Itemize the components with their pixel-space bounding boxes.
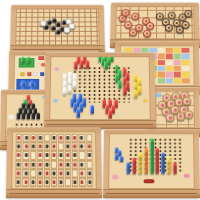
character-tile [44,134,50,142]
peg-r [108,110,112,119]
peg-y [133,90,137,99]
board-square [182,78,189,83]
character-tile [30,169,36,177]
character-tile [79,169,85,177]
character-tile [44,152,50,160]
white-stone [40,20,47,27]
peg-b [30,80,34,87]
peg-r [123,87,127,96]
character-tile [51,134,57,142]
xiangqi-piece [185,10,193,18]
xiangqi-piece [143,30,151,38]
character-tile [86,169,92,177]
character-tile [58,169,64,177]
color-square [27,72,31,76]
xiangqi-piece [129,29,137,37]
board-square [174,66,181,71]
character-tile [16,178,22,186]
character-tile [86,178,92,186]
peg-g [21,57,25,64]
character-tile [16,160,22,168]
character-tile [65,178,71,186]
board-square [166,48,173,53]
peg-g [118,80,122,89]
brand-emblem [143,180,154,184]
character-tile [51,178,57,186]
board-square [157,48,164,53]
character-tile [72,152,78,160]
character-tile [37,143,43,151]
character-tile [51,169,57,177]
character-tile [86,134,92,142]
board-square [166,60,173,65]
box-front-edge [103,189,200,198]
xiangqi-piece [125,21,133,29]
peg-y [137,86,141,95]
peg-b [21,80,25,87]
board-square [166,66,173,71]
peg-k [21,113,25,120]
peg-r [74,61,78,69]
character-tile [30,134,36,142]
peg-r [85,60,89,68]
cartoon-decal [155,92,162,97]
black-stone [55,29,60,34]
board-square [157,54,164,59]
character-tile [37,134,43,142]
peg-r [79,60,83,68]
character-tile [58,178,64,186]
board-square [157,78,164,83]
character-tile [65,169,71,177]
peg-w [72,80,76,89]
character-tile [30,160,36,168]
peg-r [155,148,159,155]
character-tile [30,152,36,160]
color-square [40,72,44,76]
board-square [174,60,181,65]
peg-k [16,113,20,120]
character-tile-board [6,127,102,198]
peg-g [150,138,154,145]
character-tile [44,160,50,168]
character-tile [51,152,57,160]
board-square [166,54,173,59]
character-tile [51,160,57,168]
white-stone [64,27,71,34]
wooden-disc [184,111,193,120]
character-tile [65,134,71,142]
character-tile [23,160,29,168]
board-surface [15,8,100,45]
character-tile [72,169,78,177]
board-square [157,72,164,77]
character-tile [72,143,78,151]
peg-g [26,57,30,64]
xiangqi-piece [146,22,154,30]
character-tile [16,152,22,160]
character-tile [23,169,29,177]
character-tile [86,160,92,168]
character-tile [44,178,50,186]
character-tile [23,152,29,160]
board-square [157,66,164,71]
character-tile [65,143,71,151]
board-square [157,60,164,65]
cartoon-decal [53,98,58,102]
board-square [166,78,173,83]
character-tile [30,143,36,151]
xiangqi-piece [165,24,173,32]
character-tile [58,134,64,142]
peg-k [36,113,40,120]
chinese-checkers-board-front [103,129,200,198]
character-tile [79,152,85,160]
character-tile [58,160,64,168]
character-tile [86,152,92,160]
character-tile [44,143,50,151]
board-surface [152,91,195,129]
character-tile [23,178,29,186]
character-tile [16,169,22,177]
character-tile [23,143,29,151]
character-tile [37,178,43,186]
color-square [21,72,25,76]
character-tile [16,134,22,142]
character-tile [30,178,36,186]
peg-o [144,148,148,155]
cell-grid [16,134,93,186]
board-surface [108,133,195,189]
character-tile [72,134,78,142]
cartoon-decal [184,174,190,179]
xiangqi-piece [131,13,139,21]
xiangqi-piece [182,21,190,29]
peg-y [167,157,171,164]
character-tile [65,152,71,160]
chinese-checkers-board-large [44,52,156,129]
character-tile [65,160,71,168]
character-tile [58,152,64,160]
character-tile [37,152,43,160]
xiangqi-piece [168,12,176,20]
peg-k [26,113,30,120]
character-tile [79,160,85,168]
product-photo-wooden-game-set [0,0,200,200]
xiangqi-piece [122,9,130,16]
peg-y [138,153,142,160]
peg-b [76,108,80,117]
character-tile [16,143,22,151]
character-tile [86,143,92,151]
gomoku-go-board [10,5,105,54]
peg-k [31,113,35,120]
character-tile [79,178,85,186]
color-square [33,72,37,76]
box-front-edge [6,189,102,198]
board-square [174,72,181,77]
peg-b [126,162,130,169]
board-surface [49,56,151,120]
cartoon-decal [8,115,14,120]
character-tile [44,169,50,177]
character-tile [37,169,43,177]
cartoon-decal [55,67,60,71]
character-tile [51,143,57,151]
peg-w [62,87,66,96]
board-square [182,66,189,71]
peg-w [67,85,71,94]
peg-b [90,105,94,114]
board-surface [11,131,97,189]
character-tile [23,134,29,142]
cartoon-decal [143,98,148,102]
peg-r [173,162,177,169]
board-square [174,78,181,83]
character-tile [72,160,78,168]
peg-b [161,153,165,160]
board-square [174,48,181,53]
peg-b [114,154,118,160]
character-tile [37,160,43,168]
character-tile [79,143,85,151]
character-tile [72,178,78,186]
board-surface [115,6,195,39]
peg-b [119,156,123,162]
board-square [174,54,181,59]
color-square [38,56,44,60]
cartoon-decal [112,174,119,179]
board-square [166,72,173,77]
character-tile [79,134,85,142]
peg-r [132,157,136,164]
peg-g [104,61,108,69]
board-square [182,72,189,77]
character-tile [58,143,64,151]
board-square [182,60,189,65]
wooden-disc [166,113,175,122]
board-square [182,48,189,53]
board-square [182,54,189,59]
